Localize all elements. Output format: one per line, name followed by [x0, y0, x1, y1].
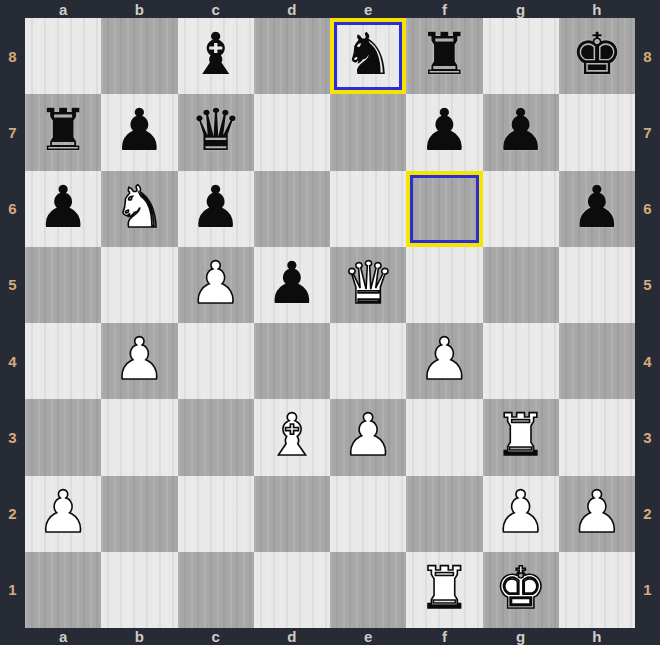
square-b3[interactable] — [101, 399, 177, 475]
square-a8[interactable] — [25, 18, 101, 94]
file-label-h: h — [559, 0, 635, 18]
white-bishop-d3[interactable]: ♝ — [266, 406, 318, 464]
file-label-d: d — [254, 628, 330, 645]
square-h5[interactable] — [559, 247, 635, 323]
square-g6[interactable] — [483, 171, 559, 247]
black-king-h8[interactable]: ♚ — [571, 25, 623, 83]
square-c3[interactable] — [178, 399, 254, 475]
white-pawn-e3[interactable]: ♟ — [342, 406, 394, 464]
rank-label-4: 4 — [0, 323, 25, 399]
square-d3[interactable]: ♝ — [254, 399, 330, 475]
square-a5[interactable] — [25, 247, 101, 323]
black-pawn-d5[interactable]: ♟ — [266, 254, 318, 312]
black-pawn-f7[interactable]: ♟ — [418, 101, 470, 159]
square-g1[interactable]: ♚ — [483, 552, 559, 628]
square-f8[interactable]: ♜ — [406, 18, 482, 94]
square-b6[interactable]: ♞ — [101, 171, 177, 247]
square-b2[interactable] — [101, 476, 177, 552]
square-e1[interactable] — [330, 552, 406, 628]
square-e7[interactable] — [330, 94, 406, 170]
file-label-e: e — [330, 628, 406, 645]
black-pawn-a6[interactable]: ♟ — [37, 178, 89, 236]
white-pawn-h2[interactable]: ♟ — [571, 483, 623, 541]
rank-label-5: 5 — [635, 247, 660, 323]
black-pawn-h6[interactable]: ♟ — [571, 178, 623, 236]
file-label-d: d — [254, 0, 330, 18]
white-pawn-b4[interactable]: ♟ — [113, 330, 165, 388]
rank-label-2: 2 — [635, 476, 660, 552]
file-label-f: f — [406, 0, 482, 18]
file-label-a: a — [25, 0, 101, 18]
square-g5[interactable] — [483, 247, 559, 323]
square-h7[interactable] — [559, 94, 635, 170]
white-king-g1[interactable]: ♚ — [495, 559, 547, 617]
square-c6[interactable]: ♟ — [178, 171, 254, 247]
square-d8[interactable] — [254, 18, 330, 94]
file-label-g: g — [483, 0, 559, 18]
square-h4[interactable] — [559, 323, 635, 399]
square-d7[interactable] — [254, 94, 330, 170]
black-knight-e8[interactable]: ♞ — [342, 25, 394, 83]
square-h3[interactable] — [559, 399, 635, 475]
square-a6[interactable]: ♟ — [25, 171, 101, 247]
square-e2[interactable] — [330, 476, 406, 552]
square-d2[interactable] — [254, 476, 330, 552]
file-label-b: b — [101, 0, 177, 18]
file-label-a: a — [25, 628, 101, 645]
white-knight-b6[interactable]: ♞ — [113, 178, 165, 236]
file-label-g: g — [483, 628, 559, 645]
square-g2[interactable]: ♟ — [483, 476, 559, 552]
rank-label-2: 2 — [0, 476, 25, 552]
square-g8[interactable] — [483, 18, 559, 94]
square-h1[interactable] — [559, 552, 635, 628]
square-d4[interactable] — [254, 323, 330, 399]
rank-label-7: 7 — [0, 94, 25, 170]
square-a7[interactable]: ♜ — [25, 94, 101, 170]
black-bishop-c8[interactable]: ♝ — [190, 25, 242, 83]
square-a2[interactable]: ♟ — [25, 476, 101, 552]
square-b1[interactable] — [101, 552, 177, 628]
rank-label-6: 6 — [635, 171, 660, 247]
rank-label-7: 7 — [635, 94, 660, 170]
black-rook-f8[interactable]: ♜ — [418, 25, 470, 83]
chess-board[interactable]: ♝♞♜♚♜♟♛♟♟♟♞♟♟♟♟♛♟♟♝♟♜♟♟♟♜♚ — [25, 18, 635, 628]
square-e6[interactable] — [330, 171, 406, 247]
square-d1[interactable] — [254, 552, 330, 628]
square-g4[interactable] — [483, 323, 559, 399]
square-h8[interactable]: ♚ — [559, 18, 635, 94]
square-e5[interactable]: ♛ — [330, 247, 406, 323]
square-b5[interactable] — [101, 247, 177, 323]
white-pawn-a2[interactable]: ♟ — [37, 483, 89, 541]
square-c1[interactable] — [178, 552, 254, 628]
square-c5[interactable]: ♟ — [178, 247, 254, 323]
square-d6[interactable] — [254, 171, 330, 247]
file-labels-bottom: abcdefgh — [25, 628, 635, 645]
white-pawn-f4[interactable]: ♟ — [418, 330, 470, 388]
rank-label-3: 3 — [0, 399, 25, 475]
square-c8[interactable]: ♝ — [178, 18, 254, 94]
file-label-c: c — [178, 628, 254, 645]
file-label-e: e — [330, 0, 406, 18]
square-f3[interactable] — [406, 399, 482, 475]
rank-label-1: 1 — [635, 552, 660, 628]
square-d5[interactable]: ♟ — [254, 247, 330, 323]
square-e3[interactable]: ♟ — [330, 399, 406, 475]
square-a3[interactable] — [25, 399, 101, 475]
square-b8[interactable] — [101, 18, 177, 94]
chess-board-frame: abcdefgh 87654321 ♝♞♜♚♜♟♛♟♟♟♞♟♟♟♟♛♟♟♝♟♜♟… — [0, 0, 660, 645]
rank-label-5: 5 — [0, 247, 25, 323]
square-f5[interactable] — [406, 247, 482, 323]
file-label-h: h — [559, 628, 635, 645]
white-pawn-g2[interactable]: ♟ — [495, 483, 547, 541]
file-label-f: f — [406, 628, 482, 645]
white-queen-e5[interactable]: ♛ — [342, 254, 394, 312]
file-label-b: b — [101, 628, 177, 645]
square-b4[interactable]: ♟ — [101, 323, 177, 399]
square-f1[interactable]: ♜ — [406, 552, 482, 628]
black-pawn-g7[interactable]: ♟ — [495, 101, 547, 159]
white-rook-f1[interactable]: ♜ — [418, 559, 470, 617]
rank-labels-right: 87654321 — [635, 18, 660, 628]
square-h6[interactable]: ♟ — [559, 171, 635, 247]
square-g3[interactable]: ♜ — [483, 399, 559, 475]
black-pawn-b7[interactable]: ♟ — [113, 101, 165, 159]
square-b7[interactable]: ♟ — [101, 94, 177, 170]
rank-label-6: 6 — [0, 171, 25, 247]
square-e8[interactable]: ♞ — [330, 18, 406, 94]
file-labels-top: abcdefgh — [25, 0, 635, 18]
square-h2[interactable]: ♟ — [559, 476, 635, 552]
square-g7[interactable]: ♟ — [483, 94, 559, 170]
square-f4[interactable]: ♟ — [406, 323, 482, 399]
rank-label-8: 8 — [635, 18, 660, 94]
square-f7[interactable]: ♟ — [406, 94, 482, 170]
white-pawn-c5[interactable]: ♟ — [190, 254, 242, 312]
square-e4[interactable] — [330, 323, 406, 399]
black-pawn-c6[interactable]: ♟ — [190, 178, 242, 236]
square-c4[interactable] — [178, 323, 254, 399]
square-f6[interactable] — [406, 171, 482, 247]
square-c7[interactable]: ♛ — [178, 94, 254, 170]
white-rook-g3[interactable]: ♜ — [495, 406, 547, 464]
rank-label-3: 3 — [635, 399, 660, 475]
rank-labels-left: 87654321 — [0, 18, 25, 628]
rank-label-8: 8 — [0, 18, 25, 94]
black-rook-a7[interactable]: ♜ — [37, 101, 89, 159]
square-f2[interactable] — [406, 476, 482, 552]
rank-label-1: 1 — [0, 552, 25, 628]
square-c2[interactable] — [178, 476, 254, 552]
square-a4[interactable] — [25, 323, 101, 399]
file-label-c: c — [178, 0, 254, 18]
square-a1[interactable] — [25, 552, 101, 628]
rank-label-4: 4 — [635, 323, 660, 399]
black-queen-c7[interactable]: ♛ — [190, 101, 242, 159]
